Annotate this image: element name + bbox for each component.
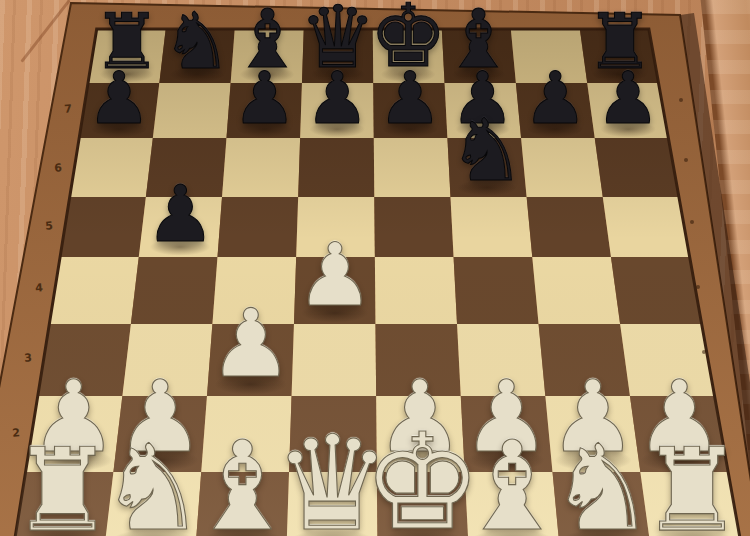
square-g4[interactable] — [532, 257, 620, 324]
square-f5[interactable] — [450, 197, 532, 257]
square-d3[interactable] — [292, 324, 377, 396]
chess-scene: 234567 ♜♞♝♛♚♝♜♟♟♟♟♟♟♟♞♟♟♟♟♟♟♟♟♟♜♞♝♛♚♝♞♜ — [0, 0, 750, 536]
piece-white-rook-h1[interactable]: ♜ — [640, 433, 743, 536]
rank-label-4: 4 — [35, 281, 44, 295]
square-h4[interactable] — [611, 257, 702, 324]
square-b7[interactable] — [153, 83, 231, 138]
piece-black-knight-b8[interactable]: ♞ — [162, 1, 232, 79]
piece-black-pawn-d7[interactable]: ♟ — [305, 62, 370, 134]
square-a6[interactable] — [70, 138, 153, 197]
piece-white-pawn-c3[interactable]: ♟ — [209, 297, 293, 391]
rank-label-7: 7 — [64, 102, 73, 116]
rank-label-6: 6 — [54, 161, 63, 175]
square-b4[interactable] — [131, 257, 218, 324]
square-h5[interactable] — [603, 197, 690, 257]
piece-black-knight-f6[interactable]: ♞ — [448, 107, 525, 193]
square-g6[interactable] — [521, 138, 603, 197]
piece-black-pawn-g7[interactable]: ♟ — [523, 62, 588, 134]
square-c6[interactable] — [222, 138, 300, 197]
piece-white-pawn-d4[interactable]: ♟ — [296, 232, 374, 319]
rank-label-5: 5 — [45, 219, 54, 233]
square-g5[interactable] — [527, 197, 611, 257]
square-c5[interactable] — [217, 197, 298, 257]
square-h6[interactable] — [595, 138, 679, 197]
piece-black-pawn-h7[interactable]: ♟ — [596, 62, 661, 134]
piece-black-pawn-c7[interactable]: ♟ — [232, 62, 297, 134]
square-a4[interactable] — [49, 257, 138, 324]
piece-black-pawn-e7[interactable]: ♟ — [378, 62, 443, 134]
square-e5[interactable] — [374, 197, 453, 257]
piece-white-knight-g1[interactable]: ♞ — [549, 429, 656, 536]
square-f4[interactable] — [454, 257, 539, 324]
square-a5[interactable] — [60, 197, 146, 257]
square-e4[interactable] — [375, 257, 457, 324]
square-d6[interactable] — [298, 138, 374, 197]
piece-black-pawn-b5[interactable]: ♟ — [145, 175, 215, 253]
square-e6[interactable] — [374, 138, 451, 197]
piece-black-pawn-a7[interactable]: ♟ — [87, 62, 152, 134]
